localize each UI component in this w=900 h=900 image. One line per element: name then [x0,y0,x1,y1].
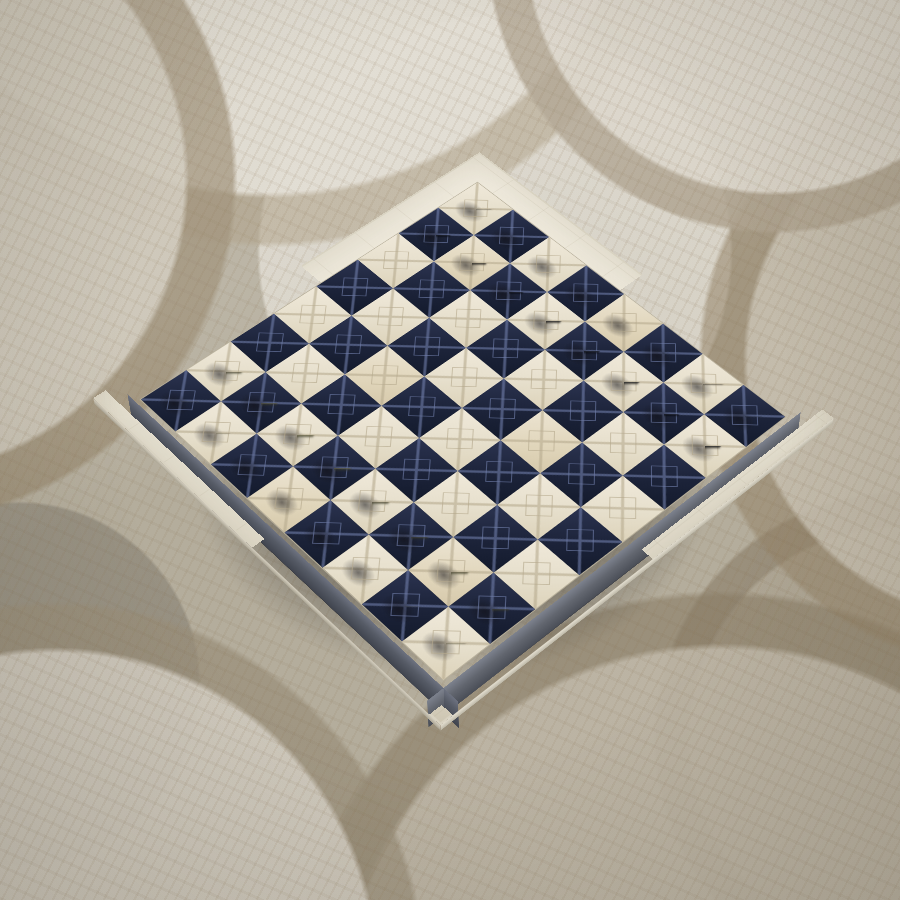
board-frame: ♜♞♝♛♚♝♞♜♟♟♟♟♟♟♟♟♟♟♟♟♟♟♟♟♜♞♝♛♚♝♞♜ [93,152,833,725]
square-h1: ♜ [402,607,490,680]
scene: ♜♞♝♛♚♝♞♜♟♟♟♟♟♟♟♟♟♟♟♟♟♟♟♟♜♞♝♛♚♝♞♜ [0,0,900,900]
chess-board: ♜♞♝♛♚♝♞♜♟♟♟♟♟♟♟♟♟♟♟♟♟♟♟♟♜♞♝♛♚♝♞♜ [93,152,833,725]
scene-3d: ♜♞♝♛♚♝♞♜♟♟♟♟♟♟♟♟♟♟♟♟♟♟♟♟♜♞♝♛♚♝♞♜ [0,0,900,900]
black-pawn: ♟ [659,401,750,453]
white-rook: ♜ [397,584,495,650]
